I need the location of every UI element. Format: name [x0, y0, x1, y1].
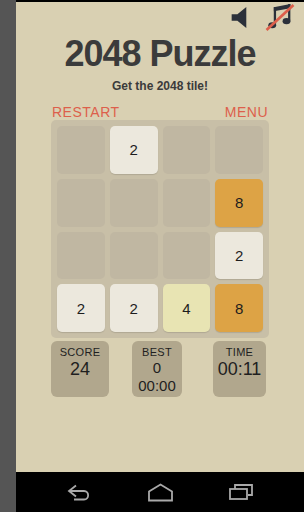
- tile-2: 2: [110, 284, 158, 332]
- empty-cell: [57, 126, 105, 174]
- empty-cell: [57, 232, 105, 280]
- time-panel: TIME 00:11: [213, 341, 266, 397]
- time-value: 00:11: [213, 359, 266, 380]
- status-icons: [229, 2, 296, 32]
- tile-4: 4: [163, 284, 211, 332]
- tile-8: 8: [215, 179, 263, 227]
- tile-2: 2: [110, 126, 158, 174]
- best-label: BEST: [132, 346, 182, 359]
- recent-apps-button[interactable]: [227, 481, 255, 503]
- empty-cell: [163, 232, 211, 280]
- controls-bar: RESTART MENU: [52, 103, 268, 121]
- empty-cell: [163, 126, 211, 174]
- score-panel: SCORE 24: [51, 341, 109, 397]
- android-nav-bar: [16, 472, 304, 512]
- back-button[interactable]: [65, 481, 93, 503]
- sound-on-icon[interactable]: [229, 6, 250, 29]
- empty-cell: [57, 179, 105, 227]
- menu-button[interactable]: MENU: [225, 104, 268, 120]
- score-value: 24: [51, 359, 109, 380]
- best-panel: BEST 0 00:00: [132, 341, 182, 397]
- best-value: 0: [132, 359, 182, 377]
- empty-cell: [215, 126, 263, 174]
- tile-2: 2: [215, 232, 263, 280]
- best-time-value: 00:00: [132, 377, 182, 395]
- empty-cell: [110, 232, 158, 280]
- time-label: TIME: [213, 346, 266, 359]
- page-subtitle: Get the 2048 tile!: [16, 79, 304, 93]
- music-muted-icon[interactable]: [264, 3, 296, 32]
- tile-2: 2: [57, 284, 105, 332]
- restart-button[interactable]: RESTART: [52, 104, 120, 120]
- score-label: SCORE: [51, 346, 109, 359]
- home-button[interactable]: [146, 481, 174, 503]
- page-title: 2048 Puzzle: [16, 33, 304, 75]
- tile-8: 8: [215, 284, 263, 332]
- empty-cell: [110, 179, 158, 227]
- empty-cell: [163, 179, 211, 227]
- game-board[interactable]: 2822248: [51, 120, 269, 338]
- app-screen: 2048 Puzzle Get the 2048 tile! RESTART M…: [16, 0, 304, 512]
